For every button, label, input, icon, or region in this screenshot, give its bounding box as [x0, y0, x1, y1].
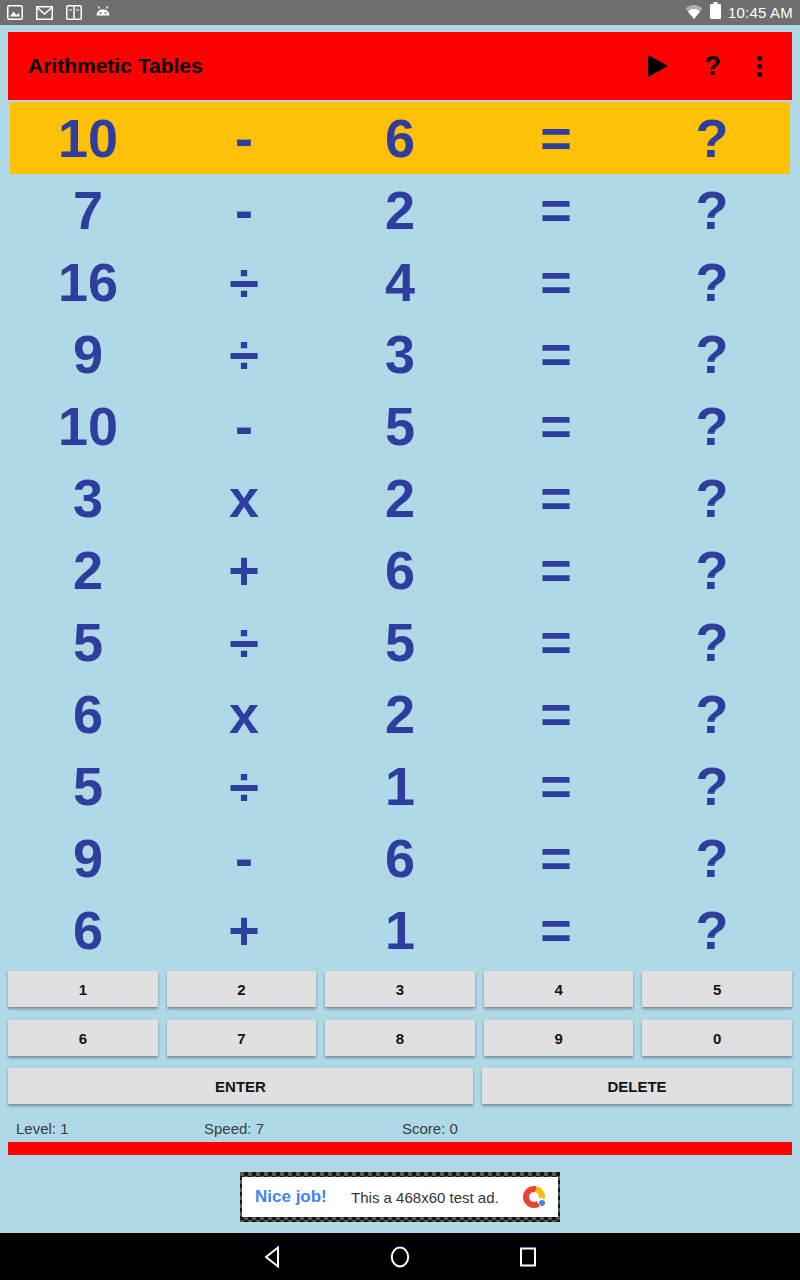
problem-row: 10-5=?	[10, 390, 790, 462]
ad-content: Nice job! This a 468x60 test ad.	[242, 1177, 558, 1217]
book-icon	[66, 5, 82, 20]
operator: x	[166, 471, 322, 525]
equals-sign: =	[478, 687, 634, 741]
wifi-icon	[685, 3, 703, 23]
problem-row: 7-2=?	[10, 174, 790, 246]
operand-b: 5	[322, 399, 478, 453]
operator: ÷	[166, 255, 322, 309]
equals-sign: =	[478, 255, 634, 309]
speed-text: Speed: 7	[204, 1120, 264, 1137]
problem-list: 10-6=? 7-2=? 16÷4=? 9÷3=? 10-5=? 3x2=? 2…	[10, 102, 790, 966]
operator: ÷	[166, 327, 322, 381]
answer-placeholder: ?	[634, 399, 790, 453]
operand-a: 9	[10, 327, 166, 381]
app-screen: 10:45 AM Arithmetic Tables ? 10-6=? 7-2=…	[0, 0, 800, 1280]
operand-b: 2	[322, 687, 478, 741]
status-bar: 10:45 AM	[0, 0, 800, 25]
recents-icon[interactable]	[516, 1245, 540, 1269]
key-0[interactable]: 0	[642, 1020, 792, 1056]
operand-b: 6	[322, 543, 478, 597]
equals-sign: =	[478, 183, 634, 237]
key-8[interactable]: 8	[325, 1020, 475, 1056]
home-icon[interactable]	[388, 1245, 412, 1269]
equals-sign: =	[478, 471, 634, 525]
answer-placeholder: ?	[634, 687, 790, 741]
answer-placeholder: ?	[634, 327, 790, 381]
problem-row: 9÷3=?	[10, 318, 790, 390]
level-text: Level: 1	[16, 1120, 69, 1137]
operand-a: 7	[10, 183, 166, 237]
admob-logo-icon	[523, 1186, 545, 1208]
problem-row: 6+1=?	[10, 894, 790, 966]
problem-row: 6x2=?	[10, 678, 790, 750]
system-status-icons: 10:45 AM	[685, 2, 793, 23]
problem-row: 3x2=?	[10, 462, 790, 534]
operand-a: 6	[10, 903, 166, 957]
operand-b: 5	[322, 615, 478, 669]
play-icon[interactable]	[647, 54, 669, 78]
operand-a: 2	[10, 543, 166, 597]
app-bar-actions: ?	[647, 53, 763, 80]
operand-a: 10	[10, 399, 166, 453]
problem-row-active: 10-6=?	[10, 102, 790, 174]
problem-row: 2+6=?	[10, 534, 790, 606]
answer-placeholder: ?	[634, 615, 790, 669]
key-2[interactable]: 2	[167, 971, 317, 1007]
operand-a: 16	[10, 255, 166, 309]
android-icon	[95, 5, 111, 20]
equals-sign: =	[478, 759, 634, 813]
clock-text: 10:45 AM	[728, 4, 793, 21]
ad-banner[interactable]: Nice job! This a 468x60 test ad.	[240, 1172, 560, 1222]
key-7[interactable]: 7	[167, 1020, 317, 1056]
problem-row: 9-6=?	[10, 822, 790, 894]
delete-button[interactable]: DELETE	[482, 1068, 792, 1104]
operator: +	[166, 543, 322, 597]
equals-sign: =	[478, 111, 634, 165]
equals-sign: =	[478, 327, 634, 381]
back-icon[interactable]	[260, 1245, 284, 1269]
operand-b: 1	[322, 903, 478, 957]
operand-b: 6	[322, 831, 478, 885]
operator: -	[166, 111, 322, 165]
problem-row: 5÷5=?	[10, 606, 790, 678]
notification-icons	[7, 5, 111, 20]
screenshot-icon	[7, 5, 23, 20]
android-nav-bar	[0, 1233, 800, 1280]
battery-icon	[710, 2, 721, 23]
ad-headline-link[interactable]: Nice job!	[255, 1187, 327, 1207]
answer-placeholder: ?	[634, 255, 790, 309]
operand-b: 6	[322, 111, 478, 165]
operator: +	[166, 903, 322, 957]
operand-b: 4	[322, 255, 478, 309]
operand-a: 6	[10, 687, 166, 741]
answer-placeholder: ?	[634, 471, 790, 525]
help-icon[interactable]: ?	[705, 53, 722, 80]
answer-placeholder: ?	[634, 831, 790, 885]
keypad-row-1: 1 2 3 4 5	[8, 971, 792, 1007]
operand-b: 2	[322, 471, 478, 525]
key-1[interactable]: 1	[8, 971, 158, 1007]
ad-body-text: This a 468x60 test ad.	[327, 1189, 523, 1206]
page-title: Arithmetic Tables	[28, 54, 203, 78]
key-6[interactable]: 6	[8, 1020, 158, 1056]
key-3[interactable]: 3	[325, 971, 475, 1007]
operator: -	[166, 183, 322, 237]
key-4[interactable]: 4	[484, 971, 634, 1007]
operand-a: 5	[10, 759, 166, 813]
key-5[interactable]: 5	[642, 971, 792, 1007]
operator: -	[166, 831, 322, 885]
gmail-icon	[36, 6, 53, 20]
keypad-row-3: ENTER DELETE	[8, 1068, 792, 1104]
equals-sign: =	[478, 615, 634, 669]
answer-placeholder: ?	[634, 903, 790, 957]
timer-progress-bar	[8, 1142, 792, 1155]
keypad-row-2: 6 7 8 9 0	[8, 1020, 792, 1056]
equals-sign: =	[478, 399, 634, 453]
answer-placeholder: ?	[634, 759, 790, 813]
score-text: Score: 0	[402, 1120, 458, 1137]
enter-button[interactable]: ENTER	[8, 1068, 473, 1104]
game-hud: Level: 1 Speed: 7 Score: 0	[0, 1120, 800, 1138]
equals-sign: =	[478, 831, 634, 885]
operand-a: 3	[10, 471, 166, 525]
answer-placeholder: ?	[634, 111, 790, 165]
equals-sign: =	[478, 543, 634, 597]
operand-a: 5	[10, 615, 166, 669]
app-bar: Arithmetic Tables ?	[8, 32, 792, 100]
operand-b: 2	[322, 183, 478, 237]
operand-a: 10	[10, 111, 166, 165]
problem-row: 16÷4=?	[10, 246, 790, 318]
problem-row: 5÷1=?	[10, 750, 790, 822]
operand-b: 1	[322, 759, 478, 813]
operator: x	[166, 687, 322, 741]
operand-b: 3	[322, 327, 478, 381]
overflow-menu-icon[interactable]	[757, 56, 762, 77]
operator: ÷	[166, 615, 322, 669]
operator: ÷	[166, 759, 322, 813]
operand-a: 9	[10, 831, 166, 885]
keypad: 1 2 3 4 5 6 7 8 9 0 ENTER DELETE	[8, 971, 792, 1104]
equals-sign: =	[478, 903, 634, 957]
answer-placeholder: ?	[634, 543, 790, 597]
operator: -	[166, 399, 322, 453]
answer-placeholder: ?	[634, 183, 790, 237]
key-9[interactable]: 9	[484, 1020, 634, 1056]
